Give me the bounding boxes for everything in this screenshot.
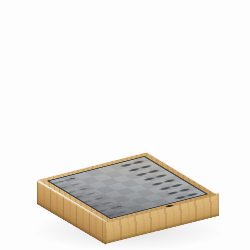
piece-glyph: ♟ (176, 180, 191, 197)
piece-glyph: ♜ (107, 201, 120, 215)
piece-glyph: ♟ (119, 200, 130, 212)
product-scene: ♜♟♟♜♞♟♟♞♝♟♟♝♚♟♟♚♛♟♟♛♝♟♟♝♞♟♟♞♜♟♟♜ (0, 0, 250, 250)
